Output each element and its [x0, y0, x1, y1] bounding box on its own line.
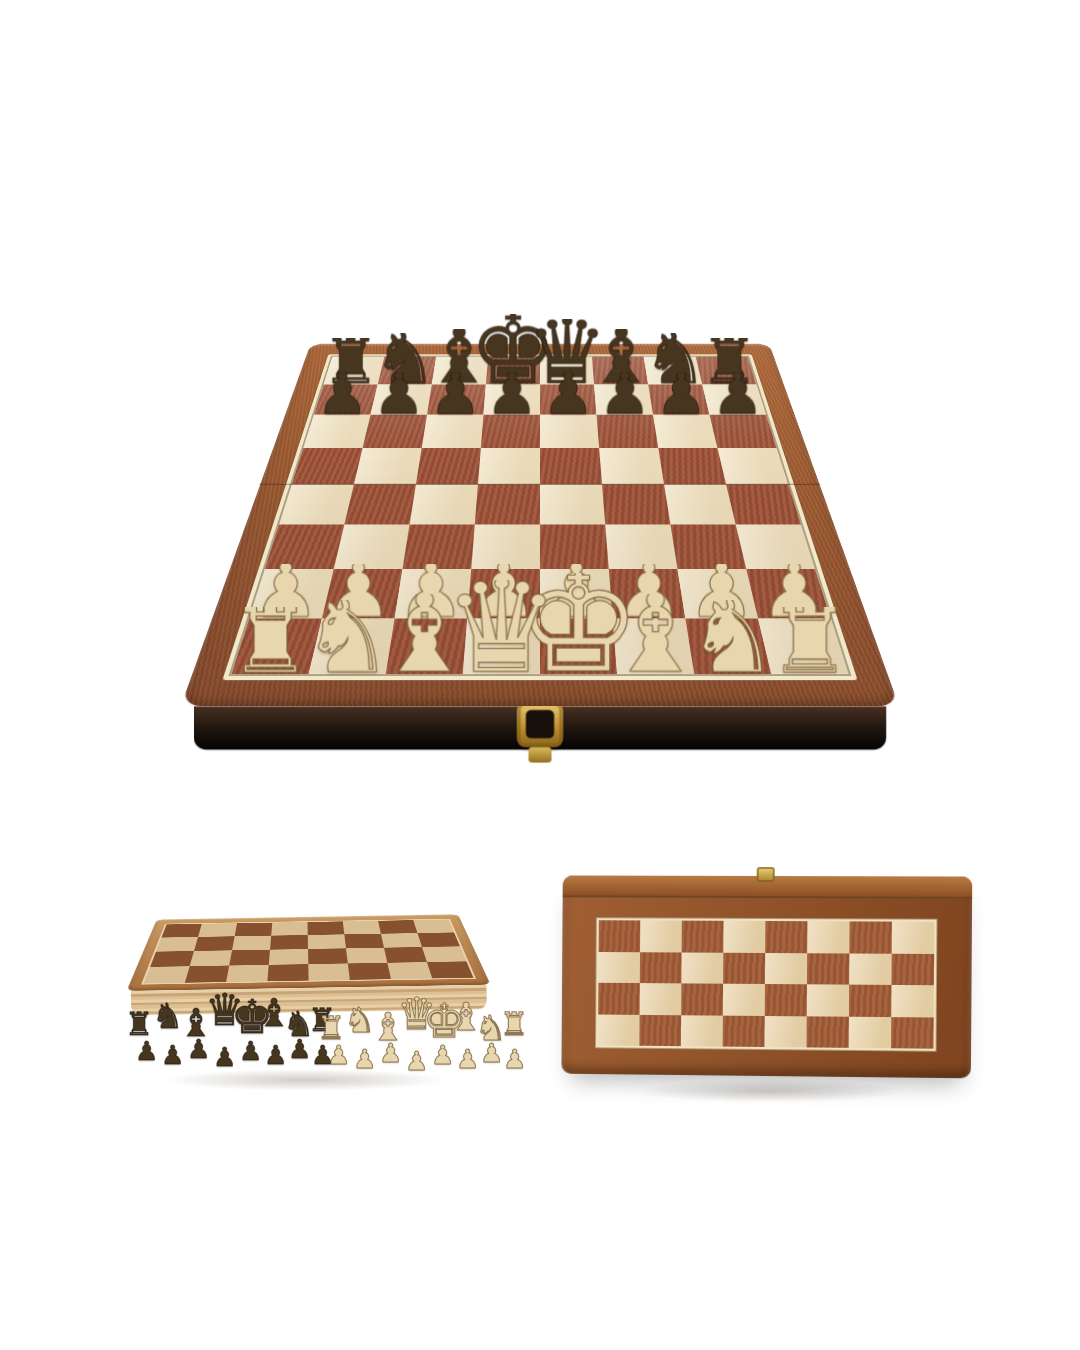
exterior-square	[384, 947, 427, 963]
square-h1: ♜	[758, 619, 848, 675]
exterior-square	[682, 921, 724, 953]
exterior-square	[226, 965, 269, 982]
exterior-square	[144, 966, 190, 983]
exterior-square	[381, 933, 422, 948]
exterior-square	[308, 934, 346, 949]
exterior-square	[598, 983, 640, 1015]
piece-black-king: ♚	[231, 993, 273, 1040]
piece-white-rook: ♜	[768, 607, 850, 673]
exterior-square	[413, 920, 454, 934]
checker-inset	[595, 917, 937, 1052]
exterior-square	[308, 963, 350, 980]
piece-white-king: ♚	[423, 997, 465, 1044]
piece-white-pawn: ♟	[405, 1048, 428, 1074]
exterior-square	[640, 983, 682, 1015]
product-photo-folded-front	[550, 860, 990, 1105]
exterior-square	[308, 948, 348, 964]
piece-white-rook: ♜	[229, 607, 311, 673]
exterior-square	[190, 950, 232, 966]
exterior-square	[681, 983, 723, 1015]
clasp-opening	[526, 710, 554, 738]
square-a1: ♜	[232, 619, 322, 675]
folded-box-frame	[126, 914, 490, 991]
piece-black-pawn: ♟	[213, 1044, 236, 1070]
product-photo-folded-with-pieces: ♜♞♝♛♚♝♞♜♟♟♟♟♟♟♟♟ ♜♞♝♛♚♝♞♜♟♟♟♟♟♟♟♟	[95, 880, 535, 1095]
exterior-square	[765, 1015, 807, 1047]
exterior-square	[427, 961, 474, 978]
box-front-edge	[194, 706, 887, 750]
soft-shadow	[584, 1075, 956, 1107]
piece-white-queen: ♛	[444, 580, 560, 673]
exterior-square	[235, 923, 273, 937]
exterior-square	[270, 935, 308, 950]
exterior-square	[346, 948, 387, 964]
exterior-square	[681, 1015, 723, 1047]
exterior-square	[807, 984, 849, 1016]
brass-clasp	[517, 701, 563, 763]
square-d4	[475, 484, 540, 524]
folded-box-border-line	[141, 919, 476, 985]
square-c4	[410, 484, 478, 524]
fold-seam	[259, 484, 820, 485]
exterior-square	[343, 921, 381, 935]
piece-white-pawn: ♟	[456, 1046, 479, 1072]
piece-black-pawn: ♟	[264, 1042, 287, 1068]
exterior-square	[267, 964, 308, 981]
piece-black-pawn: ♟	[135, 1038, 158, 1064]
exterior-square	[598, 1014, 640, 1046]
exterior-square	[185, 966, 229, 983]
exterior-square	[161, 924, 201, 938]
square-h4	[726, 484, 801, 524]
piece-white-pawn: ♟	[431, 1042, 454, 1068]
product-photo-main: ♜♞♝♚♛♝♞♜♟♟♟♟♟♟♟♟♟♟♟♟♟♟♟♟♜♞♝♛♚♝♞♜	[0, 0, 1080, 840]
square-d1: ♛	[463, 619, 540, 675]
piece-black-pawn: ♟	[161, 1042, 184, 1068]
piece-white-pawn: ♟	[503, 1046, 526, 1072]
exterior-square	[849, 985, 892, 1017]
exterior-square	[640, 920, 682, 952]
exterior-square	[765, 984, 807, 1016]
exterior-square	[723, 984, 765, 1016]
piece-white-knight: ♞	[302, 600, 393, 673]
exterior-square	[849, 921, 892, 953]
folded-box-front	[561, 875, 972, 1078]
exterior-square	[765, 953, 807, 985]
chess-board: ♜♞♝♚♛♝♞♜♟♟♟♟♟♟♟♟♟♟♟♟♟♟♟♟♜♞♝♛♚♝♞♜	[181, 344, 900, 706]
exterior-square	[891, 1017, 934, 1049]
exterior-square	[198, 923, 237, 937]
exterior-square	[422, 946, 466, 962]
exterior-square	[891, 985, 934, 1017]
product-photo-page: ♜♞♝♚♛♝♞♜♟♟♟♟♟♟♟♟♟♟♟♟♟♟♟♟♜♞♝♛♚♝♞♜	[0, 0, 1080, 1350]
square-f4	[602, 484, 670, 524]
exterior-square	[417, 932, 460, 947]
square-b1: ♞	[309, 619, 395, 675]
exterior-square	[723, 921, 765, 953]
board-3d-scene: ♜♞♝♚♛♝♞♜♟♟♟♟♟♟♟♟♟♟♟♟♟♟♟♟♜♞♝♛♚♝♞♜	[260, 205, 820, 765]
piece-black-pawn: ♟	[187, 1036, 210, 1062]
piece-black-pawn: ♟	[239, 1038, 262, 1064]
piece-white-pawn: ♟	[353, 1046, 376, 1072]
exterior-square	[681, 952, 723, 984]
exterior-square	[891, 953, 934, 985]
exterior-square	[807, 1016, 849, 1048]
exterior-square	[232, 936, 271, 951]
exterior-square	[807, 953, 849, 985]
brass-clasp	[757, 867, 775, 882]
square-b4	[344, 484, 416, 524]
exterior-square	[807, 921, 849, 953]
piece-black-pawn: ♟	[311, 1042, 334, 1068]
exterior-square	[229, 950, 270, 966]
exterior-square	[348, 963, 391, 980]
piece-white-pawn: ♟	[379, 1040, 402, 1066]
square-g4	[664, 484, 736, 524]
exterior-square	[271, 922, 308, 936]
exterior-square	[344, 934, 384, 949]
exterior-square	[308, 921, 345, 935]
exterior-square	[194, 936, 235, 951]
clasp-tab	[528, 747, 551, 762]
exterior-square	[723, 1015, 765, 1047]
exterior-square	[849, 953, 892, 985]
exterior-square	[639, 1014, 681, 1046]
square-g1: ♞	[685, 619, 771, 675]
exterior-square	[723, 952, 765, 984]
exterior-square	[599, 920, 641, 952]
folded-box-checkerboard	[144, 920, 474, 984]
folded-box	[126, 914, 490, 991]
exterior-checkerboard	[598, 920, 934, 1048]
exterior-square	[387, 962, 432, 979]
piece-black-pawn: ♟	[288, 1036, 311, 1062]
piece-white-pawn: ♟	[480, 1040, 503, 1066]
exterior-square	[765, 921, 807, 953]
exterior-square	[640, 952, 682, 984]
square-a4	[279, 484, 354, 524]
exterior-square	[156, 937, 198, 952]
piece-white-knight: ♞	[687, 600, 778, 673]
exterior-square	[598, 952, 640, 984]
square-e4	[540, 484, 605, 524]
exterior-square	[849, 1016, 892, 1048]
exterior-square	[378, 920, 417, 934]
exterior-square	[892, 922, 935, 954]
exterior-square	[269, 949, 309, 965]
exterior-square	[150, 951, 194, 967]
